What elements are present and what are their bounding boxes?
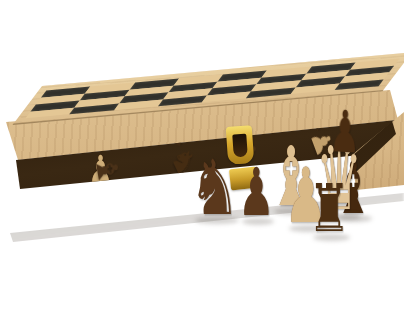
dark-pawn-on-box-rim: ♟ — [329, 102, 361, 162]
product-photo: ♟♝♟♞♟♝♟♟ ♞♟♝♟♝♛♜♟ — [0, 0, 404, 315]
dark-rook: ♜ — [308, 176, 351, 242]
dark-knight: ♞ — [189, 150, 240, 226]
